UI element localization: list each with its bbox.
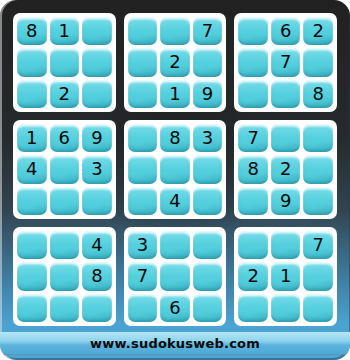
cell-r5c5[interactable] bbox=[160, 155, 190, 183]
cell-r2c6[interactable] bbox=[193, 48, 223, 76]
box-r0c2: 6278 bbox=[234, 13, 337, 112]
box-r2c1: 376 bbox=[124, 227, 227, 326]
cell-r2c1[interactable] bbox=[17, 48, 47, 76]
cell-r4c5[interactable]: 8 bbox=[160, 124, 190, 152]
box-r2c0: 48 bbox=[13, 227, 116, 326]
box-r1c0: 16943 bbox=[13, 120, 116, 219]
cell-r4c1[interactable]: 1 bbox=[17, 124, 47, 152]
cell-r8c5[interactable] bbox=[160, 262, 190, 290]
cell-r9c3[interactable] bbox=[82, 294, 112, 322]
cell-r4c7[interactable]: 7 bbox=[238, 124, 268, 152]
cell-r8c4[interactable]: 7 bbox=[128, 262, 158, 290]
cell-r9c2[interactable] bbox=[50, 294, 80, 322]
cell-r2c4[interactable] bbox=[128, 48, 158, 76]
cell-r3c9[interactable]: 8 bbox=[303, 80, 333, 108]
cell-r6c6[interactable] bbox=[193, 187, 223, 215]
cell-r8c9[interactable] bbox=[303, 262, 333, 290]
cell-r7c8[interactable] bbox=[271, 231, 301, 259]
cell-r8c7[interactable]: 2 bbox=[238, 262, 268, 290]
cell-r5c3[interactable]: 3 bbox=[82, 155, 112, 183]
cell-r5c1[interactable]: 4 bbox=[17, 155, 47, 183]
cell-r2c9[interactable] bbox=[303, 48, 333, 76]
sudoku-board: 8127219627816943834782948376721 bbox=[13, 13, 337, 326]
cell-r2c8[interactable]: 7 bbox=[271, 48, 301, 76]
cell-r7c5[interactable] bbox=[160, 231, 190, 259]
cell-r1c3[interactable] bbox=[82, 17, 112, 45]
cell-r8c1[interactable] bbox=[17, 262, 47, 290]
cell-r3c8[interactable] bbox=[271, 80, 301, 108]
cell-r6c3[interactable] bbox=[82, 187, 112, 215]
cell-r9c5[interactable]: 6 bbox=[160, 294, 190, 322]
cell-r9c4[interactable] bbox=[128, 294, 158, 322]
cell-r3c1[interactable] bbox=[17, 80, 47, 108]
cell-r1c6[interactable]: 7 bbox=[193, 17, 223, 45]
cell-r4c3[interactable]: 9 bbox=[82, 124, 112, 152]
cell-r7c1[interactable] bbox=[17, 231, 47, 259]
cell-r3c6[interactable]: 9 bbox=[193, 80, 223, 108]
cell-r8c3[interactable]: 8 bbox=[82, 262, 112, 290]
box-r1c1: 834 bbox=[124, 120, 227, 219]
cell-r7c6[interactable] bbox=[193, 231, 223, 259]
box-r0c1: 7219 bbox=[124, 13, 227, 112]
cell-r2c7[interactable] bbox=[238, 48, 268, 76]
cell-r3c3[interactable] bbox=[82, 80, 112, 108]
cell-r6c2[interactable] bbox=[50, 187, 80, 215]
cell-r1c5[interactable] bbox=[160, 17, 190, 45]
cell-r1c7[interactable] bbox=[238, 17, 268, 45]
cell-r6c8[interactable]: 9 bbox=[271, 187, 301, 215]
cell-r6c5[interactable]: 4 bbox=[160, 187, 190, 215]
cell-r2c5[interactable]: 2 bbox=[160, 48, 190, 76]
cell-r1c1[interactable]: 8 bbox=[17, 17, 47, 45]
cell-r9c7[interactable] bbox=[238, 294, 268, 322]
cell-r9c8[interactable] bbox=[271, 294, 301, 322]
cell-r5c7[interactable]: 8 bbox=[238, 155, 268, 183]
box-r1c2: 7829 bbox=[234, 120, 337, 219]
cell-r6c9[interactable] bbox=[303, 187, 333, 215]
cell-r5c9[interactable] bbox=[303, 155, 333, 183]
cell-r9c9[interactable] bbox=[303, 294, 333, 322]
cell-r3c4[interactable] bbox=[128, 80, 158, 108]
cell-r8c2[interactable] bbox=[50, 262, 80, 290]
site-url-link[interactable]: www.sudokusweb.com bbox=[90, 336, 260, 351]
cell-r3c5[interactable]: 1 bbox=[160, 80, 190, 108]
cell-r4c2[interactable]: 6 bbox=[50, 124, 80, 152]
cell-r1c8[interactable]: 6 bbox=[271, 17, 301, 45]
cell-r2c2[interactable] bbox=[50, 48, 80, 76]
cell-r9c1[interactable] bbox=[17, 294, 47, 322]
sudoku-frame: 8127219627816943834782948376721 www.sudo… bbox=[0, 0, 350, 360]
cell-r5c8[interactable]: 2 bbox=[271, 155, 301, 183]
cell-r7c7[interactable] bbox=[238, 231, 268, 259]
cell-r1c2[interactable]: 1 bbox=[50, 17, 80, 45]
cell-r2c3[interactable] bbox=[82, 48, 112, 76]
cell-r5c6[interactable] bbox=[193, 155, 223, 183]
cell-r3c2[interactable]: 2 bbox=[50, 80, 80, 108]
cell-r4c9[interactable] bbox=[303, 124, 333, 152]
cell-r8c8[interactable]: 1 bbox=[271, 262, 301, 290]
footer-band: www.sudokusweb.com bbox=[0, 332, 350, 355]
cell-r4c8[interactable] bbox=[271, 124, 301, 152]
box-r2c2: 721 bbox=[234, 227, 337, 326]
cell-r4c4[interactable] bbox=[128, 124, 158, 152]
cell-r7c2[interactable] bbox=[50, 231, 80, 259]
cell-r6c1[interactable] bbox=[17, 187, 47, 215]
cell-r7c9[interactable]: 7 bbox=[303, 231, 333, 259]
cell-r5c4[interactable] bbox=[128, 155, 158, 183]
cell-r3c7[interactable] bbox=[238, 80, 268, 108]
box-r0c0: 812 bbox=[13, 13, 116, 112]
cell-r7c4[interactable]: 3 bbox=[128, 231, 158, 259]
cell-r1c4[interactable] bbox=[128, 17, 158, 45]
cell-r4c6[interactable]: 3 bbox=[193, 124, 223, 152]
cell-r6c4[interactable] bbox=[128, 187, 158, 215]
cell-r6c7[interactable] bbox=[238, 187, 268, 215]
cell-r8c6[interactable] bbox=[193, 262, 223, 290]
cell-r1c9[interactable]: 2 bbox=[303, 17, 333, 45]
cell-r9c6[interactable] bbox=[193, 294, 223, 322]
cell-r5c2[interactable] bbox=[50, 155, 80, 183]
cell-r7c3[interactable]: 4 bbox=[82, 231, 112, 259]
